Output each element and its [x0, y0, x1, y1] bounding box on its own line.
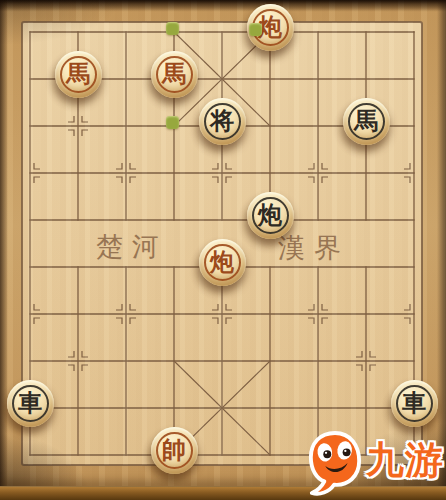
last-move-marker [166, 116, 179, 129]
9game-watermark: 九游 [306, 429, 444, 497]
xiangqi-game-screen: 楚河 漢界 炮馬馬将馬炮炮車車帥 九游 [0, 0, 446, 500]
piece-ring [156, 432, 193, 469]
piece-ring [396, 385, 433, 422]
piece-black-cannon[interactable]: 炮 [247, 192, 294, 239]
last-move-marker [249, 23, 262, 36]
piece-red-marshal[interactable]: 帥 [151, 427, 198, 474]
9game-mascot-icon [306, 429, 364, 497]
piece-red-horse[interactable]: 馬 [55, 51, 102, 98]
piece-black-general[interactable]: 将 [199, 98, 246, 145]
piece-black-chariot[interactable]: 車 [7, 380, 54, 427]
piece-red-cannon[interactable]: 炮 [199, 239, 246, 286]
xiangqi-board[interactable]: 炮馬馬将馬炮炮車車帥 [6, 9, 438, 479]
piece-ring [252, 197, 289, 234]
last-move-marker [166, 22, 179, 35]
piece-ring [60, 56, 97, 93]
piece-ring [204, 103, 241, 140]
piece-black-horse[interactable]: 馬 [343, 98, 390, 145]
9game-logo-text: 九游 [366, 441, 444, 479]
piece-ring [348, 103, 385, 140]
piece-red-horse[interactable]: 馬 [151, 51, 198, 98]
piece-ring [204, 244, 241, 281]
piece-ring [156, 56, 193, 93]
piece-black-chariot[interactable]: 車 [391, 380, 438, 427]
piece-ring [12, 385, 49, 422]
